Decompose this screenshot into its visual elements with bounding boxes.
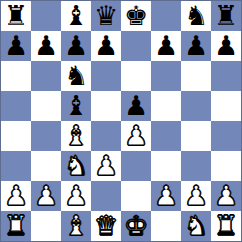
square-h5[interactable] [211, 91, 241, 121]
square-f7[interactable]: ♟ [151, 31, 181, 61]
square-e7[interactable] [121, 31, 151, 61]
square-a6[interactable] [1, 61, 31, 91]
piece-black-knight-g8[interactable]: ♞ [184, 2, 208, 29]
piece-black-bishop-c5[interactable]: ♝ [64, 92, 88, 119]
piece-black-pawn-f7[interactable]: ♟ [154, 32, 178, 59]
piece-white-pawn-h2[interactable]: ♟ [214, 182, 238, 209]
square-a2[interactable]: ♟ [1, 181, 31, 211]
square-g2[interactable]: ♟ [181, 181, 211, 211]
piece-white-rook-h1[interactable]: ♜ [214, 212, 238, 239]
square-g8[interactable]: ♞ [181, 1, 211, 31]
piece-white-rook-a1[interactable]: ♜ [4, 212, 28, 239]
square-c4[interactable]: ♝ [61, 121, 91, 151]
square-f2[interactable]: ♟ [151, 181, 181, 211]
square-h7[interactable]: ♟ [211, 31, 241, 61]
square-e1[interactable]: ♚ [121, 211, 151, 241]
square-g1[interactable]: ♞ [181, 211, 211, 241]
square-d1[interactable]: ♛ [91, 211, 121, 241]
piece-black-pawn-e5[interactable]: ♟ [124, 92, 148, 119]
square-c7[interactable]: ♟ [61, 31, 91, 61]
square-c1[interactable]: ♝ [61, 211, 91, 241]
square-d5[interactable] [91, 91, 121, 121]
square-e3[interactable] [121, 151, 151, 181]
square-d2[interactable] [91, 181, 121, 211]
square-d4[interactable] [91, 121, 121, 151]
square-d8[interactable]: ♛ [91, 1, 121, 31]
square-a3[interactable] [1, 151, 31, 181]
square-g4[interactable] [181, 121, 211, 151]
piece-white-king-e1[interactable]: ♚ [124, 212, 148, 239]
piece-white-pawn-a2[interactable]: ♟ [4, 182, 28, 209]
piece-white-pawn-b2[interactable]: ♟ [34, 182, 58, 209]
square-e2[interactable] [121, 181, 151, 211]
piece-black-pawn-g7[interactable]: ♟ [184, 32, 208, 59]
square-b7[interactable]: ♟ [31, 31, 61, 61]
square-e8[interactable]: ♚ [121, 1, 151, 31]
square-a7[interactable]: ♟ [1, 31, 31, 61]
square-g5[interactable] [181, 91, 211, 121]
square-g7[interactable]: ♟ [181, 31, 211, 61]
piece-white-queen-d1[interactable]: ♛ [94, 212, 118, 239]
square-a1[interactable]: ♜ [1, 211, 31, 241]
square-e4[interactable]: ♟ [121, 121, 151, 151]
piece-black-rook-a8[interactable]: ♜ [4, 2, 28, 29]
piece-black-knight-c6[interactable]: ♞ [64, 62, 88, 89]
square-d3[interactable]: ♟ [91, 151, 121, 181]
piece-black-pawn-h7[interactable]: ♟ [214, 32, 238, 59]
piece-black-pawn-c7[interactable]: ♟ [64, 32, 88, 59]
piece-black-queen-d8[interactable]: ♛ [94, 2, 118, 29]
piece-white-pawn-f2[interactable]: ♟ [154, 182, 178, 209]
piece-white-pawn-g2[interactable]: ♟ [184, 182, 208, 209]
square-e5[interactable]: ♟ [121, 91, 151, 121]
square-f1[interactable] [151, 211, 181, 241]
piece-white-pawn-d3[interactable]: ♟ [94, 152, 118, 179]
square-c8[interactable]: ♝ [61, 1, 91, 31]
square-h8[interactable]: ♜ [211, 1, 241, 31]
piece-black-pawn-b7[interactable]: ♟ [34, 32, 58, 59]
square-c6[interactable]: ♞ [61, 61, 91, 91]
piece-black-rook-h8[interactable]: ♜ [214, 2, 238, 29]
piece-white-pawn-e4[interactable]: ♟ [124, 122, 148, 149]
square-c2[interactable]: ♟ [61, 181, 91, 211]
square-b1[interactable] [31, 211, 61, 241]
piece-white-knight-g1[interactable]: ♞ [184, 212, 208, 239]
square-h2[interactable]: ♟ [211, 181, 241, 211]
square-b2[interactable]: ♟ [31, 181, 61, 211]
square-h6[interactable] [211, 61, 241, 91]
square-b5[interactable] [31, 91, 61, 121]
square-a5[interactable] [1, 91, 31, 121]
square-b4[interactable] [31, 121, 61, 151]
chess-board: ♜♝♛♚♞♜♟♟♟♟♟♟♟♞♝♟♝♟♞♟♟♟♟♟♟♟♜♝♛♚♞♜ [0, 0, 242, 242]
square-h3[interactable] [211, 151, 241, 181]
square-f8[interactable] [151, 1, 181, 31]
square-g3[interactable] [181, 151, 211, 181]
piece-black-pawn-d7[interactable]: ♟ [94, 32, 118, 59]
square-g6[interactable] [181, 61, 211, 91]
square-f3[interactable] [151, 151, 181, 181]
square-d6[interactable] [91, 61, 121, 91]
square-h4[interactable] [211, 121, 241, 151]
square-d7[interactable]: ♟ [91, 31, 121, 61]
piece-white-knight-c3[interactable]: ♞ [64, 152, 88, 179]
square-e6[interactable] [121, 61, 151, 91]
square-a8[interactable]: ♜ [1, 1, 31, 31]
square-b3[interactable] [31, 151, 61, 181]
square-f6[interactable] [151, 61, 181, 91]
square-f4[interactable] [151, 121, 181, 151]
piece-black-king-e8[interactable]: ♚ [124, 2, 148, 29]
piece-black-bishop-c8[interactable]: ♝ [64, 2, 88, 29]
piece-white-bishop-c1[interactable]: ♝ [64, 212, 88, 239]
square-a4[interactable] [1, 121, 31, 151]
piece-black-pawn-a7[interactable]: ♟ [4, 32, 28, 59]
square-c3[interactable]: ♞ [61, 151, 91, 181]
piece-white-pawn-c2[interactable]: ♟ [64, 182, 88, 209]
square-h1[interactable]: ♜ [211, 211, 241, 241]
square-f5[interactable] [151, 91, 181, 121]
square-b8[interactable] [31, 1, 61, 31]
piece-white-bishop-c4[interactable]: ♝ [64, 122, 88, 149]
square-c5[interactable]: ♝ [61, 91, 91, 121]
square-b6[interactable] [31, 61, 61, 91]
